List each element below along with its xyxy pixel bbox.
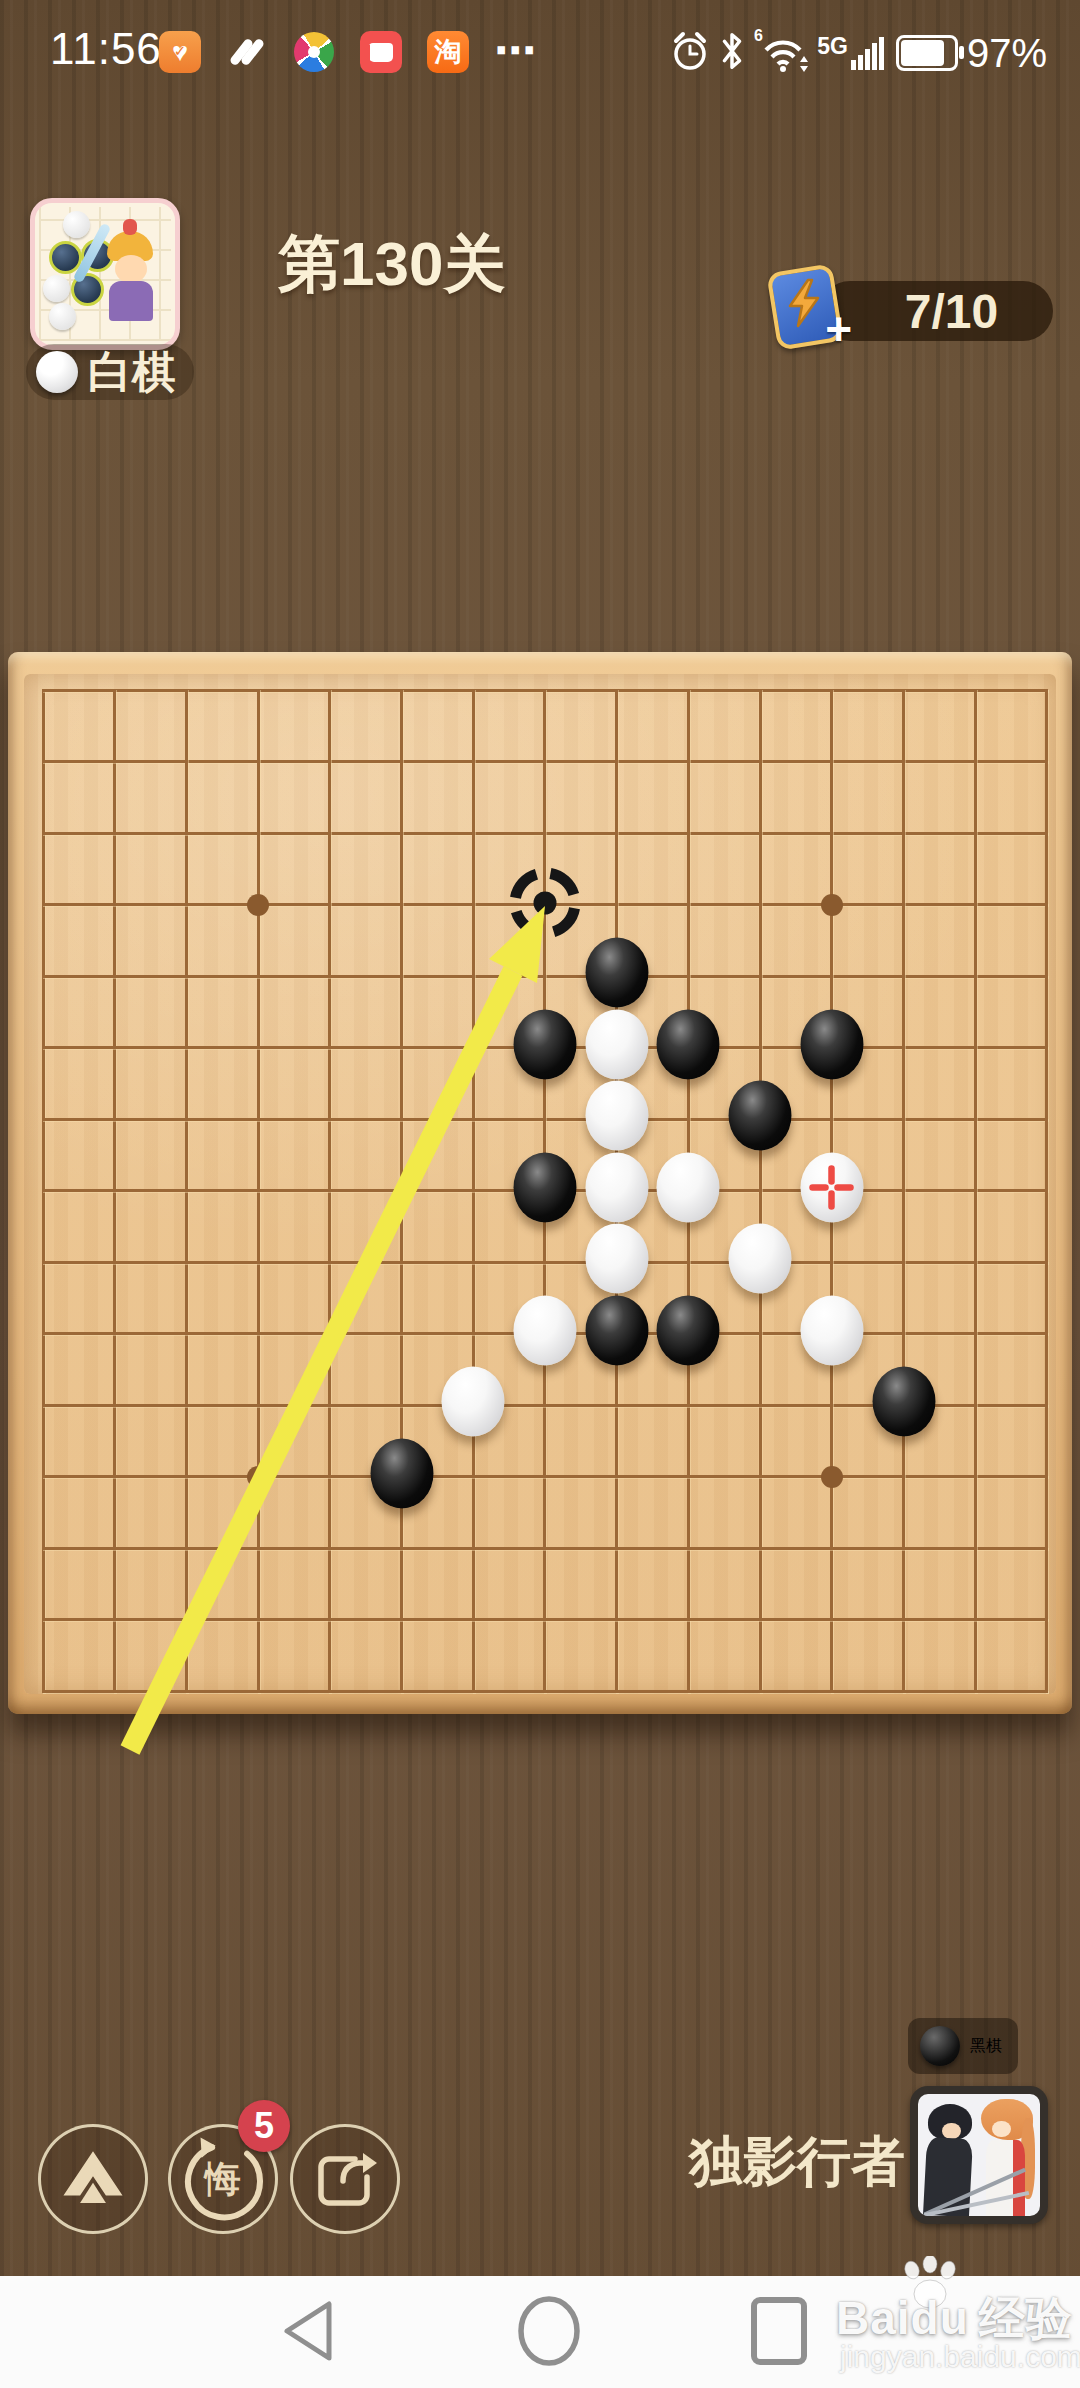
- stone-black: [657, 1295, 720, 1365]
- opponent-side-label: 黑棋: [970, 2036, 1002, 2057]
- opponent-side-chip: 黑棋: [908, 2018, 1018, 2074]
- network-label: 5G: [817, 36, 848, 56]
- stone-white: [657, 1152, 720, 1222]
- app-icon-white-stone: [63, 211, 90, 238]
- stone-black: [585, 938, 648, 1008]
- star-point: [821, 894, 843, 916]
- stone-black: [370, 1438, 433, 1508]
- grid-line-h: [42, 1618, 1049, 1621]
- star-point: [821, 1466, 843, 1488]
- undo-badge: 5: [238, 2100, 290, 2152]
- app-logo-button[interactable]: [38, 2124, 148, 2234]
- signal-bars-icon: [851, 36, 887, 70]
- wifi-icon: 6: [754, 28, 808, 78]
- stone-white: [585, 1152, 648, 1222]
- avatar-photo: [918, 2094, 1040, 2216]
- app-icon-body: [109, 281, 153, 321]
- check-glyph: ✓: [174, 42, 187, 60]
- network-5g-signal: 5G: [817, 36, 887, 70]
- app-icon-face: [115, 255, 147, 283]
- bluetooth-icon: [719, 30, 745, 76]
- energy-pill[interactable]: 7/10: [820, 281, 1053, 341]
- avatar-girl-face: [992, 2121, 1010, 2137]
- opponent-avatar: [910, 2086, 1048, 2224]
- grid-line-h: [42, 1475, 1049, 1478]
- stone-black: [513, 1009, 576, 1079]
- nav-home-button[interactable]: [504, 2286, 594, 2376]
- opponent-name: 独影行者: [689, 2126, 905, 2199]
- white-stone-icon: [36, 351, 78, 393]
- taobao-app-icon: 淘: [427, 31, 469, 73]
- stone-white: [513, 1295, 576, 1365]
- color-pinwheel-app-icon: [293, 31, 335, 73]
- stone-black: [657, 1009, 720, 1079]
- stone-white: [800, 1295, 863, 1365]
- game-app-icon: [30, 198, 180, 350]
- grid-line-v: [759, 689, 762, 1693]
- stone-white: [442, 1367, 505, 1437]
- stone-black: [800, 1009, 863, 1079]
- grid-line-v: [974, 689, 977, 1693]
- nav-back-button[interactable]: [267, 2286, 357, 2376]
- heart-check-app-icon: ♥✓: [159, 31, 201, 73]
- share-icon: [299, 2133, 391, 2225]
- grid-line-h: [42, 1261, 1049, 1264]
- star-point: [247, 1466, 269, 1488]
- more-notifications-indicator: ⋯: [494, 26, 538, 75]
- my-side-label: 白棋: [88, 343, 176, 402]
- black-stone-icon: [920, 2026, 960, 2066]
- battery-icon: [896, 35, 958, 71]
- red-book-app-icon: [360, 31, 402, 73]
- stone-white: [729, 1224, 792, 1294]
- avatar-boy-face: [942, 2123, 960, 2139]
- my-side-chip: 白棋: [26, 344, 194, 400]
- screen: 11:56 ♥✓ 淘 ⋯ 6 5G 97%: [0, 0, 1080, 2388]
- watermark-url: jingyan.baidu.com: [840, 2340, 1080, 2374]
- app-icon-white-stone: [49, 303, 76, 330]
- grid-line-h: [42, 1690, 1049, 1693]
- watermark-brand-cn: 经验: [979, 2292, 1073, 2344]
- energy-lightning-icon[interactable]: +: [758, 262, 854, 358]
- alarm-icon: [670, 29, 710, 77]
- white-stripes-app-icon: [226, 31, 268, 73]
- stone-white: [585, 1081, 648, 1151]
- wifi-gen-6: 6: [754, 28, 763, 44]
- share-button[interactable]: [290, 2124, 400, 2234]
- suggested-move-marker[interactable]: [495, 853, 595, 957]
- grid-line-h: [42, 1547, 1049, 1550]
- energy-plus: +: [825, 302, 852, 356]
- battery-percent: 97%: [967, 31, 1047, 76]
- watermark-brand-latin: Baidu: [836, 2292, 969, 2344]
- grid-line-v: [1045, 689, 1048, 1693]
- undo-label: 悔: [205, 2155, 241, 2204]
- app-icon-white-stone: [43, 275, 70, 302]
- stone-black: [513, 1152, 576, 1222]
- status-time: 11:56: [50, 24, 162, 74]
- stone-white: [800, 1152, 863, 1222]
- app-icon-crest: [123, 219, 137, 235]
- board: [8, 652, 1072, 1714]
- nav-recents-button[interactable]: [734, 2286, 824, 2376]
- energy-count: 7/10: [875, 284, 998, 339]
- last-move-cross-icon: [808, 1163, 856, 1211]
- star-point: [247, 894, 269, 916]
- mountain-logo-icon: [45, 2131, 141, 2227]
- lightning-bolt-icon: [784, 278, 824, 328]
- stone-black: [872, 1367, 935, 1437]
- level-title: 第130关: [278, 222, 505, 306]
- stone-black: [585, 1295, 648, 1365]
- grid-line-v: [902, 689, 905, 1693]
- status-right-cluster: 6 5G 97%: [670, 28, 1047, 78]
- stone-black: [729, 1081, 792, 1151]
- stone-white: [585, 1224, 648, 1294]
- stone-white: [585, 1009, 648, 1079]
